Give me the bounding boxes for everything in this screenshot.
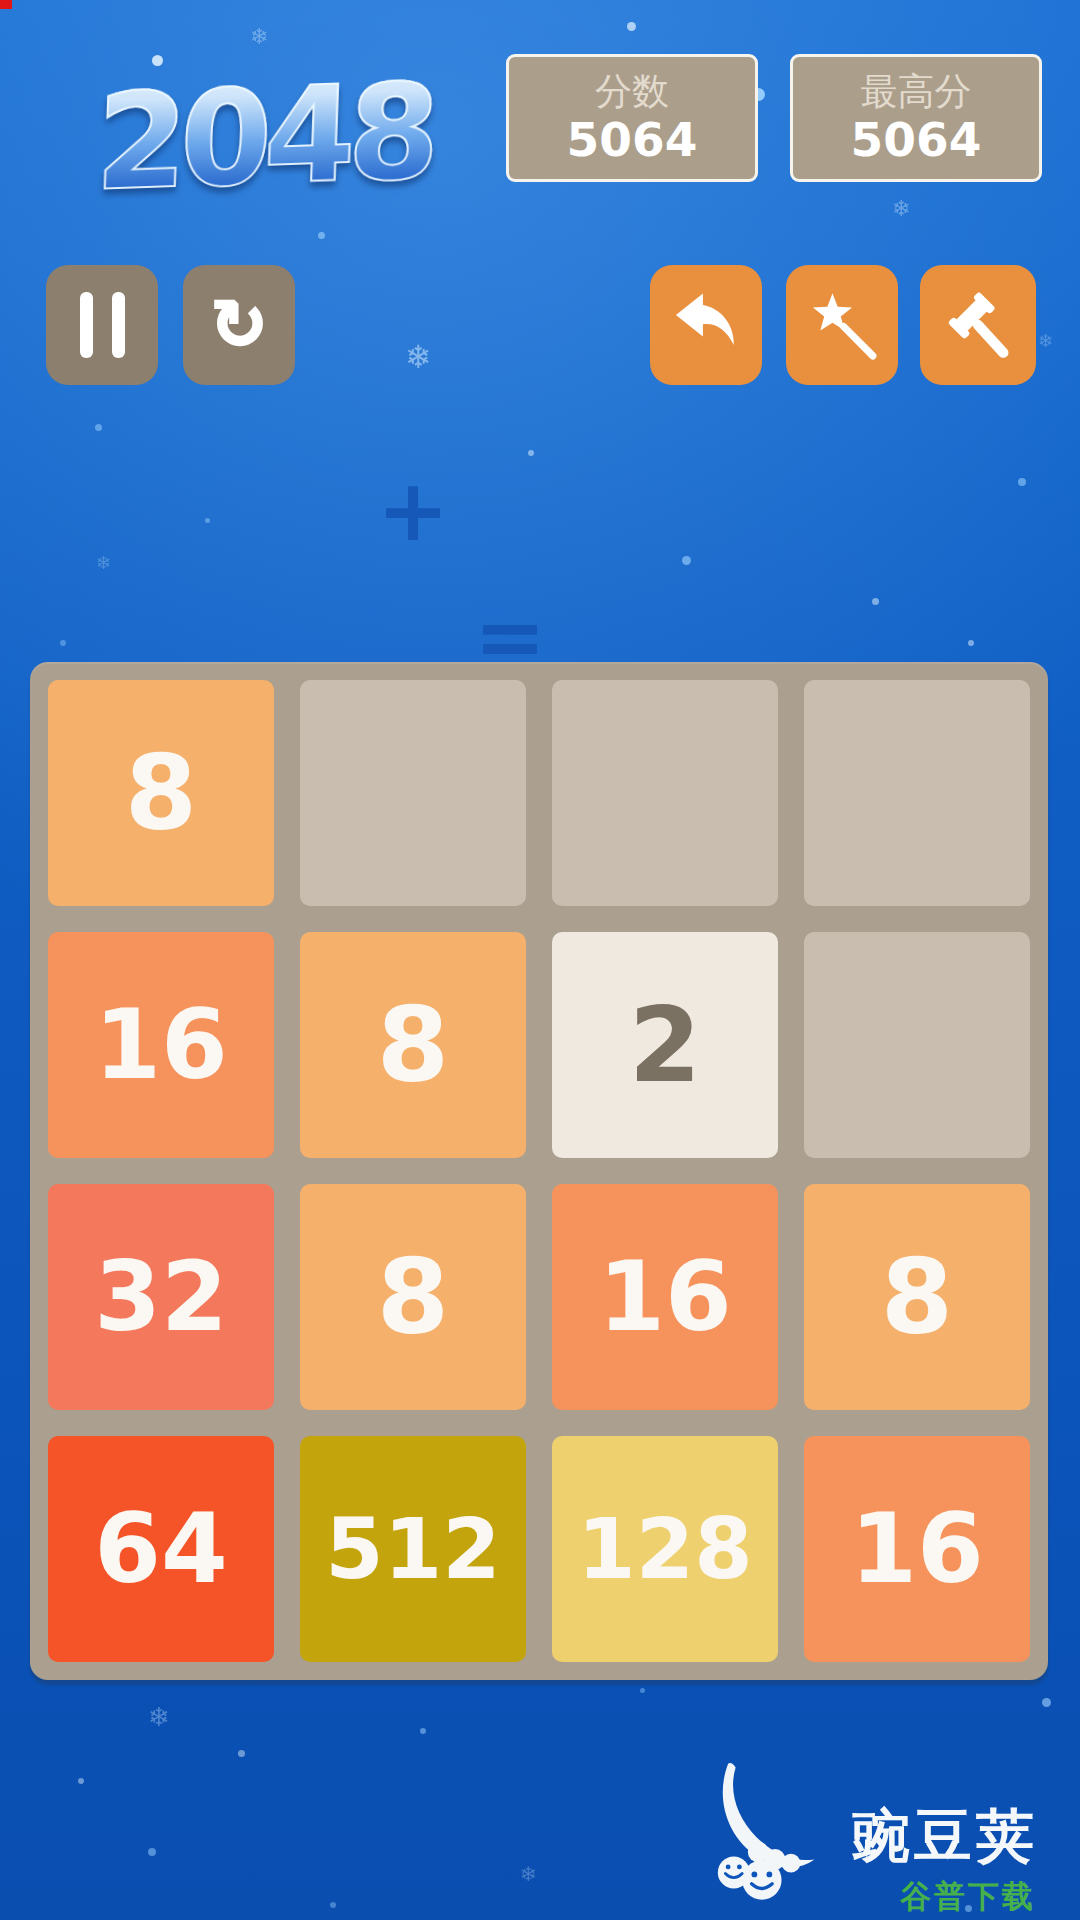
restart-icon: ↻ <box>211 291 268 359</box>
empty-cell <box>552 680 778 906</box>
game-logo: 2048 <box>77 46 452 229</box>
tile-16: 16 <box>48 932 274 1158</box>
tile-128: 128 <box>552 1436 778 1662</box>
restart-button[interactable]: ↻ <box>183 265 295 385</box>
tile-8: 8 <box>804 1184 1030 1410</box>
snow-dot <box>420 1728 426 1734</box>
undo-icon <box>669 288 743 362</box>
snow-dot <box>682 556 691 565</box>
best-score-value: 5064 <box>851 116 982 163</box>
magic-wand-button[interactable] <box>786 265 898 385</box>
best-score-label: 最高分 <box>861 73 972 110</box>
tile-64: 64 <box>48 1436 274 1662</box>
tile-512: 512 <box>300 1436 526 1662</box>
tile-16: 16 <box>552 1184 778 1410</box>
snow-dot <box>640 1688 645 1693</box>
snowflake-icon: ❄ <box>250 24 268 49</box>
best-score-box: 最高分 5064 <box>790 54 1042 182</box>
snowflake-icon: ❄ <box>96 552 111 573</box>
empty-cell <box>804 680 1030 906</box>
snow-dot <box>330 1902 336 1908</box>
tile-8: 8 <box>300 1184 526 1410</box>
empty-cell <box>804 932 1030 1158</box>
pause-button[interactable] <box>46 265 158 385</box>
tile-8: 8 <box>48 680 274 906</box>
snow-dot <box>60 640 66 646</box>
watermark-caption: 谷普下载 <box>900 1876 1036 1918</box>
snowflake-icon: ❄ <box>1038 330 1053 351</box>
board-grid[interactable]: 816823281686451212816 <box>30 662 1048 1680</box>
tile-2: 2 <box>552 932 778 1158</box>
snow-dot <box>1018 478 1026 486</box>
snow-dot <box>627 22 636 31</box>
snow-dot <box>528 450 534 456</box>
score-label: 分数 <box>595 73 669 110</box>
score-box: 分数 5064 <box>506 54 758 182</box>
tile-16: 16 <box>804 1436 1030 1662</box>
hammer-button[interactable] <box>920 265 1036 385</box>
hint-plus-sign: + <box>377 467 449 553</box>
snow-dot <box>1042 1698 1051 1707</box>
snowflake-icon: ❄ <box>892 196 910 221</box>
snow-dot <box>78 1778 84 1784</box>
hammer-icon <box>940 287 1016 363</box>
page-root: ❄❄❄❄❄❄❄❄ 2048 分数 5064 最高分 5064 ↻ <box>0 0 1080 1920</box>
hint-equals-sign: = <box>474 593 546 679</box>
undo-button[interactable] <box>650 265 762 385</box>
snow-dot <box>95 424 102 431</box>
magic-wand-icon <box>804 287 880 363</box>
snowflake-icon: ❄ <box>405 338 432 376</box>
wandoujia-logo <box>700 1760 850 1910</box>
snow-dot <box>968 640 974 646</box>
snow-dot <box>205 518 210 523</box>
tile-32: 32 <box>48 1184 274 1410</box>
snow-dot <box>318 232 325 239</box>
watermark-brand: 豌豆荚 <box>852 1798 1038 1876</box>
snow-dot <box>148 1848 156 1856</box>
wandoujia-watermark: 豌豆荚 谷普下载 <box>700 1752 1060 1912</box>
snow-dot <box>238 1750 245 1757</box>
snowflake-icon: ❄ <box>520 1862 537 1886</box>
screen-artifact <box>0 0 12 9</box>
empty-cell <box>300 680 526 906</box>
tile-8: 8 <box>300 932 526 1158</box>
snowflake-icon: ❄ <box>148 1702 170 1732</box>
pause-icon <box>80 292 125 358</box>
snow-dot <box>872 598 879 605</box>
score-value: 5064 <box>567 116 698 163</box>
